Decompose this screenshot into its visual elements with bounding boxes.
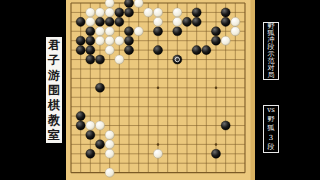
white-stone: [105, 46, 114, 55]
banner-char: 室: [48, 128, 60, 142]
banner-char: 局: [268, 72, 275, 79]
go-board-svg: [66, 0, 255, 180]
black-stone: [95, 17, 104, 26]
black-stone: [124, 36, 133, 45]
black-stone: [86, 27, 95, 36]
black-stone: [211, 149, 220, 158]
black-stone: [182, 17, 191, 26]
black-stone: [153, 46, 162, 55]
banner-char: 子: [48, 53, 60, 67]
black-stone: [211, 36, 220, 45]
black-stone: [221, 121, 230, 130]
white-stone: [105, 140, 114, 149]
white-stone: [221, 36, 230, 45]
black-stone: [211, 27, 220, 36]
black-stone: [202, 46, 211, 55]
black-stone: [124, 8, 133, 17]
black-stone: [192, 46, 201, 55]
black-stone: [221, 8, 230, 17]
black-stone: [95, 55, 104, 64]
banner-char: 棋: [48, 98, 60, 112]
board-wood-edge: [251, 0, 256, 180]
black-stone: [192, 8, 201, 17]
white-stone: [86, 121, 95, 130]
white-stone: [173, 17, 182, 26]
white-stone: [134, 0, 143, 8]
black-stone: [173, 27, 182, 36]
black-stone: [76, 112, 85, 121]
right-top-caption-panel: 野狐冲段示范对局: [263, 22, 279, 80]
banner-char: vs: [267, 107, 275, 114]
white-stone: [105, 130, 114, 139]
black-stone: [86, 130, 95, 139]
black-stone: [124, 0, 133, 8]
white-stone: [173, 8, 182, 17]
banner-char: 野: [268, 116, 275, 123]
white-stone: [105, 27, 114, 36]
black-stone: [76, 46, 85, 55]
go-board: [66, 0, 255, 180]
banner-char: 教: [48, 113, 60, 127]
banner-char: 游: [48, 68, 60, 82]
black-stone: [115, 17, 124, 26]
white-stone: [134, 27, 143, 36]
star-point: [157, 87, 160, 90]
white-stone: [95, 8, 104, 17]
black-stone: [105, 17, 114, 26]
white-stone: [153, 8, 162, 17]
white-stone: [144, 8, 153, 17]
black-stone: [95, 140, 104, 149]
black-stone: [124, 27, 133, 36]
black-stone: [124, 46, 133, 55]
black-stone: [76, 36, 85, 45]
black-stone: [76, 17, 85, 26]
white-stone: [105, 149, 114, 158]
white-stone: [86, 8, 95, 17]
white-stone: [115, 55, 124, 64]
right-bottom-caption-panel: vs野狐3段: [263, 105, 279, 153]
banner-char: 3: [269, 135, 273, 142]
black-stone: [86, 36, 95, 45]
white-stone: [105, 8, 114, 17]
white-stone: [105, 36, 114, 45]
black-stone: [86, 55, 95, 64]
white-stone: [231, 17, 240, 26]
banner-char: 狐: [268, 125, 275, 132]
star-point: [215, 143, 218, 146]
black-stone: [86, 149, 95, 158]
banner-char: 围: [48, 83, 60, 97]
black-stone: [221, 17, 230, 26]
black-stone: [115, 8, 124, 17]
video-frame: 君子游围棋教室 野狐冲段示范对局 vs野狐3段: [0, 0, 320, 180]
star-point: [215, 87, 218, 90]
white-stone: [115, 36, 124, 45]
black-stone: [95, 83, 104, 92]
white-stone: [105, 168, 114, 177]
white-stone: [86, 17, 95, 26]
white-stone: [95, 121, 104, 130]
left-calligraphy-banner: 君子游围棋教室: [46, 37, 62, 143]
star-point: [157, 143, 160, 146]
banner-char: 段: [268, 144, 275, 151]
black-stone: [76, 121, 85, 130]
white-stone: [95, 27, 104, 36]
black-stone: [173, 55, 182, 64]
black-stone: [86, 46, 95, 55]
white-stone: [153, 149, 162, 158]
black-stone: [192, 17, 201, 26]
white-stone: [153, 17, 162, 26]
white-stone: [105, 0, 114, 8]
banner-char: 君: [48, 38, 60, 52]
black-stone: [153, 27, 162, 36]
white-stone: [231, 27, 240, 36]
white-stone: [95, 36, 104, 45]
